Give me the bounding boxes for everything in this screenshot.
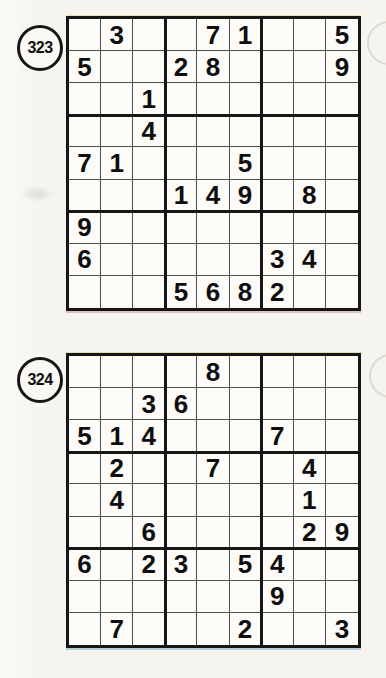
- sudoku-cell-r1c1[interactable]: [69, 19, 101, 51]
- sudoku-cell-r4c7[interactable]: [262, 115, 294, 147]
- sudoku-cell-r2c9[interactable]: 9: [326, 51, 358, 83]
- sudoku-cell-r2c3[interactable]: 3: [133, 388, 165, 420]
- sudoku-cell-r7c1[interactable]: 9: [69, 212, 101, 244]
- sudoku-cell-r6c1[interactable]: [69, 517, 101, 549]
- sudoku-cell-r2c5[interactable]: 8: [197, 51, 229, 83]
- sudoku-cell-r9c2[interactable]: [101, 276, 133, 308]
- sudoku-cell-r1c2[interactable]: 3: [101, 19, 133, 51]
- sudoku-cell-r1c3[interactable]: [133, 19, 165, 51]
- sudoku-cell-r5c3[interactable]: [133, 147, 165, 179]
- sudoku-cell-r4c3[interactable]: 4: [133, 115, 165, 147]
- sudoku-cell-r8c2[interactable]: [101, 581, 133, 613]
- sudoku-cell-r1c5[interactable]: 8: [197, 356, 229, 388]
- sudoku-cell-r1c4[interactable]: [165, 356, 197, 388]
- sudoku-cell-r3c8[interactable]: [294, 83, 326, 115]
- sudoku-cell-r9c6[interactable]: 8: [230, 276, 262, 308]
- sudoku-cell-r5c9[interactable]: [326, 484, 358, 516]
- sudoku-cell-r6c6[interactable]: [230, 517, 262, 549]
- sudoku-cell-r6c7[interactable]: [262, 517, 294, 549]
- sudoku-cell-r7c4[interactable]: [165, 212, 197, 244]
- sudoku-cell-r7c1[interactable]: 6: [69, 549, 101, 581]
- sudoku-cell-r7c6[interactable]: 5: [230, 549, 262, 581]
- sudoku-cell-r4c3[interactable]: [133, 452, 165, 484]
- sudoku-cell-r4c5[interactable]: 7: [197, 452, 229, 484]
- sudoku-cell-r9c9[interactable]: [326, 276, 358, 308]
- sudoku-cell-r4c5[interactable]: [197, 115, 229, 147]
- sudoku-cell-r9c3[interactable]: [133, 613, 165, 645]
- sudoku-cell-r8c5[interactable]: [197, 244, 229, 276]
- sudoku-cell-r9c1[interactable]: [69, 613, 101, 645]
- sudoku-cell-r7c5[interactable]: [197, 549, 229, 581]
- sudoku-cell-r6c5[interactable]: 4: [197, 180, 229, 212]
- sudoku-cell-r7c6[interactable]: [230, 212, 262, 244]
- sudoku-cell-r4c4[interactable]: [165, 115, 197, 147]
- sudoku-cell-r7c7[interactable]: 4: [262, 549, 294, 581]
- sudoku-cell-r6c9[interactable]: 9: [326, 517, 358, 549]
- sudoku-cell-r7c3[interactable]: [133, 212, 165, 244]
- sudoku-cell-r5c3[interactable]: [133, 484, 165, 516]
- sudoku-cell-r4c9[interactable]: [326, 452, 358, 484]
- sudoku-cell-r8c6[interactable]: [230, 244, 262, 276]
- sudoku-cell-r3c8[interactable]: [294, 420, 326, 452]
- puzzle-number-badge-2: 324: [17, 357, 63, 403]
- sudoku-cell-r2c5[interactable]: [197, 388, 229, 420]
- sudoku-cell-r4c6[interactable]: [230, 452, 262, 484]
- sudoku-cell-r3c5[interactable]: [197, 83, 229, 115]
- sudoku-cell-r5c2[interactable]: 4: [101, 484, 133, 516]
- sudoku-cell-r9c3[interactable]: [133, 276, 165, 308]
- sudoku-cell-r7c3[interactable]: 2: [133, 549, 165, 581]
- sudoku-cell-r3c7[interactable]: 7: [262, 420, 294, 452]
- sudoku-cell-r5c8[interactable]: 1: [294, 484, 326, 516]
- sudoku-cell-r7c8[interactable]: [294, 549, 326, 581]
- sudoku-cell-r8c8[interactable]: 4: [294, 244, 326, 276]
- sudoku-cell-r1c1[interactable]: [69, 356, 101, 388]
- sudoku-cell-r5c7[interactable]: [262, 147, 294, 179]
- sudoku-cell-r6c3[interactable]: 6: [133, 517, 165, 549]
- sudoku-cell-r2c1[interactable]: 5: [69, 51, 101, 83]
- sudoku-cell-r4c9[interactable]: [326, 115, 358, 147]
- sudoku-cell-r3c5[interactable]: [197, 420, 229, 452]
- sudoku-cell-r2c9[interactable]: [326, 388, 358, 420]
- sudoku-cell-r8c7[interactable]: 9: [262, 581, 294, 613]
- sudoku-cell-r3c2[interactable]: 1: [101, 420, 133, 452]
- sudoku-cell-r6c4[interactable]: 1: [165, 180, 197, 212]
- sudoku-cell-r2c8[interactable]: [294, 388, 326, 420]
- sudoku-cell-r1c9[interactable]: [326, 356, 358, 388]
- sudoku-cell-r2c2[interactable]: [101, 51, 133, 83]
- sudoku-cell-r1c4[interactable]: [165, 19, 197, 51]
- sudoku-cell-r9c7[interactable]: 2: [262, 276, 294, 308]
- sudoku-cell-r6c8[interactable]: 8: [294, 180, 326, 212]
- sudoku-cell-r1c7[interactable]: [262, 19, 294, 51]
- sudoku-cell-r3c3[interactable]: 1: [133, 83, 165, 115]
- sudoku-cell-r2c7[interactable]: [262, 51, 294, 83]
- sudoku-cell-r4c1[interactable]: [69, 115, 101, 147]
- sudoku-cell-r8c9[interactable]: [326, 581, 358, 613]
- sudoku-cell-r3c6[interactable]: [230, 83, 262, 115]
- sudoku-cell-r9c5[interactable]: 6: [197, 276, 229, 308]
- sudoku-cell-r1c7[interactable]: [262, 356, 294, 388]
- sudoku-cell-r3c4[interactable]: [165, 420, 197, 452]
- sudoku-board-2: 836514727441629623549723: [66, 353, 361, 648]
- sudoku-cell-r2c3[interactable]: [133, 51, 165, 83]
- sudoku-cell-r4c8[interactable]: 4: [294, 452, 326, 484]
- sudoku-cell-r4c2[interactable]: [101, 115, 133, 147]
- sudoku-cell-r8c3[interactable]: [133, 244, 165, 276]
- sudoku-cell-r8c1[interactable]: 6: [69, 244, 101, 276]
- sudoku-cell-r8c4[interactable]: [165, 244, 197, 276]
- sudoku-cell-r1c6[interactable]: [230, 356, 262, 388]
- sudoku-cell-r8c3[interactable]: [133, 581, 165, 613]
- sudoku-cell-r7c9[interactable]: [326, 212, 358, 244]
- sudoku-cell-r6c2[interactable]: [101, 517, 133, 549]
- sudoku-cell-r4c7[interactable]: [262, 452, 294, 484]
- sudoku-cell-r3c9[interactable]: [326, 83, 358, 115]
- sudoku-cell-r8c2[interactable]: [101, 244, 133, 276]
- sudoku-cell-r1c8[interactable]: [294, 356, 326, 388]
- sudoku-cell-r7c5[interactable]: [197, 212, 229, 244]
- sudoku-cell-r7c7[interactable]: [262, 212, 294, 244]
- sudoku-cell-r2c4[interactable]: 6: [165, 388, 197, 420]
- sudoku-cell-r4c4[interactable]: [165, 452, 197, 484]
- sudoku-cell-r5c4[interactable]: [165, 147, 197, 179]
- sudoku-board-1: 3715528914715149896345682: [66, 16, 361, 311]
- puzzle-number-label-2: 324: [27, 371, 52, 389]
- sudoku-cell-r1c3[interactable]: [133, 356, 165, 388]
- sudoku-cell-r2c6[interactable]: [230, 51, 262, 83]
- sudoku-cell-r2c6[interactable]: [230, 388, 262, 420]
- sudoku-cell-r1c2[interactable]: [101, 356, 133, 388]
- sudoku-cell-r3c6[interactable]: [230, 420, 262, 452]
- sudoku-cell-r2c2[interactable]: [101, 388, 133, 420]
- sudoku-cell-r6c8[interactable]: 2: [294, 517, 326, 549]
- sudoku-cell-r2c4[interactable]: 2: [165, 51, 197, 83]
- sudoku-cell-r5c7[interactable]: [262, 484, 294, 516]
- sudoku-cell-r3c1[interactable]: [69, 83, 101, 115]
- sudoku-cell-r1c5[interactable]: 7: [197, 19, 229, 51]
- sudoku-cell-r9c7[interactable]: [262, 613, 294, 645]
- sudoku-cell-r3c7[interactable]: [262, 83, 294, 115]
- sudoku-cell-r1c8[interactable]: [294, 19, 326, 51]
- sudoku-cell-r9c5[interactable]: [197, 613, 229, 645]
- sudoku-cell-r9c6[interactable]: 2: [230, 613, 262, 645]
- sudoku-cell-r6c1[interactable]: [69, 180, 101, 212]
- sudoku-cell-r7c2[interactable]: [101, 212, 133, 244]
- sudoku-cell-r4c2[interactable]: 2: [101, 452, 133, 484]
- sudoku-cell-r8c5[interactable]: [197, 581, 229, 613]
- sudoku-cell-r7c2[interactable]: [101, 549, 133, 581]
- sudoku-cell-r6c9[interactable]: [326, 180, 358, 212]
- sudoku-cell-r5c2[interactable]: 1: [101, 147, 133, 179]
- sudoku-cell-r9c9[interactable]: 3: [326, 613, 358, 645]
- sudoku-cell-r4c8[interactable]: [294, 115, 326, 147]
- sudoku-cell-r5c1[interactable]: 7: [69, 147, 101, 179]
- sudoku-cell-r8c7[interactable]: 3: [262, 244, 294, 276]
- sudoku-cell-r5c9[interactable]: [326, 147, 358, 179]
- sudoku-cell-r3c1[interactable]: 5: [69, 420, 101, 452]
- bleed-through-circle-2: [369, 354, 386, 398]
- puzzle-number-label-1: 323: [27, 39, 52, 57]
- sudoku-cell-r5c6[interactable]: 5: [230, 147, 262, 179]
- sudoku-cell-r9c4[interactable]: [165, 613, 197, 645]
- sudoku-cell-r5c6[interactable]: [230, 484, 262, 516]
- sudoku-cell-r9c8[interactable]: [294, 276, 326, 308]
- sudoku-cell-r4c6[interactable]: [230, 115, 262, 147]
- sudoku-cell-r5c1[interactable]: [69, 484, 101, 516]
- sudoku-cell-r5c4[interactable]: [165, 484, 197, 516]
- sudoku-cell-r7c4[interactable]: 3: [165, 549, 197, 581]
- sudoku-cell-r9c1[interactable]: [69, 276, 101, 308]
- sudoku-cell-r7c8[interactable]: [294, 212, 326, 244]
- sudoku-cell-r5c5[interactable]: [197, 484, 229, 516]
- sudoku-cell-r8c4[interactable]: [165, 581, 197, 613]
- sudoku-cell-r5c8[interactable]: [294, 147, 326, 179]
- sudoku-cell-r8c8[interactable]: [294, 581, 326, 613]
- sudoku-cell-r9c4[interactable]: 5: [165, 276, 197, 308]
- sudoku-cell-r7c9[interactable]: [326, 549, 358, 581]
- sudoku-cell-r4c1[interactable]: [69, 452, 101, 484]
- sudoku-cell-r2c7[interactable]: [262, 388, 294, 420]
- sudoku-cell-r1c9[interactable]: 5: [326, 19, 358, 51]
- sudoku-cell-r6c2[interactable]: [101, 180, 133, 212]
- sudoku-cell-r2c8[interactable]: [294, 51, 326, 83]
- sudoku-cell-r6c5[interactable]: [197, 517, 229, 549]
- sudoku-cell-r6c4[interactable]: [165, 517, 197, 549]
- sudoku-cell-r6c3[interactable]: [133, 180, 165, 212]
- sudoku-cell-r8c1[interactable]: [69, 581, 101, 613]
- sudoku-cell-r2c1[interactable]: [69, 388, 101, 420]
- sudoku-cell-r5c5[interactable]: [197, 147, 229, 179]
- sudoku-cell-r1c6[interactable]: 1: [230, 19, 262, 51]
- paper-smudge: [20, 186, 54, 202]
- sudoku-cell-r3c9[interactable]: [326, 420, 358, 452]
- sudoku-cell-r3c2[interactable]: [101, 83, 133, 115]
- puzzle-number-badge-1: 323: [17, 25, 63, 71]
- sudoku-cell-r3c3[interactable]: 4: [133, 420, 165, 452]
- sudoku-cell-r6c6[interactable]: 9: [230, 180, 262, 212]
- sudoku-cell-r6c7[interactable]: [262, 180, 294, 212]
- sudoku-cell-r9c8[interactable]: [294, 613, 326, 645]
- puzzle-page: 323 3715528914715149896345682 324 836514…: [0, 0, 386, 678]
- sudoku-cell-r9c2[interactable]: 7: [101, 613, 133, 645]
- sudoku-cell-r8c9[interactable]: [326, 244, 358, 276]
- sudoku-cell-r8c6[interactable]: [230, 581, 262, 613]
- bleed-through-circle-1: [367, 21, 386, 65]
- sudoku-cell-r3c4[interactable]: [165, 83, 197, 115]
